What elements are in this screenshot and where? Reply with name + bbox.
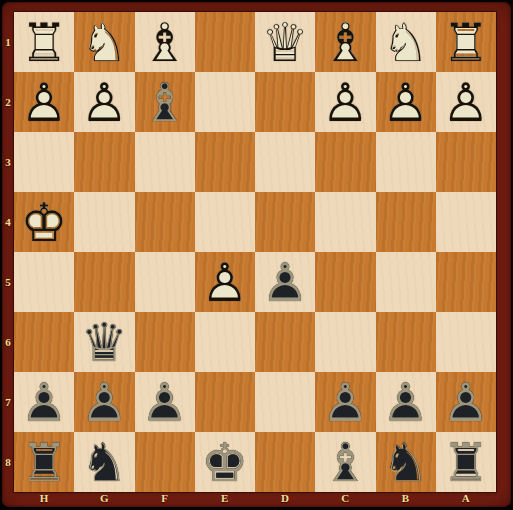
piece-glyph-fill: ♛ — [255, 12, 315, 72]
square-f7[interactable]: ♟♙ — [135, 372, 195, 432]
piece-white-pawn[interactable]: ♟♙ — [376, 72, 436, 132]
piece-glyph-fill: ♜ — [436, 12, 496, 72]
piece-white-knight[interactable]: ♞♘ — [74, 12, 134, 72]
square-e8[interactable]: ♚♔ — [195, 432, 255, 492]
piece-glyph-outline: ♘ — [376, 432, 436, 492]
chessboard-screenshot: ♜♖♞♘♝♗♛♕♝♗♞♘♜♖♟♙♟♙♝♗♟♙♟♙♟♙♚♔♟♙♟♙♛♕♟♙♟♙♟♙… — [0, 0, 513, 510]
piece-glyph-fill: ♛ — [74, 312, 134, 372]
piece-white-bishop[interactable]: ♝♗ — [135, 12, 195, 72]
square-e2[interactable] — [195, 72, 255, 132]
square-g3[interactable] — [74, 132, 134, 192]
piece-black-pawn[interactable]: ♟♙ — [436, 372, 496, 432]
square-g6[interactable]: ♛♕ — [74, 312, 134, 372]
square-h8[interactable]: ♜♖ — [14, 432, 74, 492]
square-f6[interactable] — [135, 312, 195, 372]
piece-glyph-outline: ♙ — [315, 72, 375, 132]
square-f5[interactable] — [135, 252, 195, 312]
piece-glyph-outline: ♙ — [135, 372, 195, 432]
square-f4[interactable] — [135, 192, 195, 252]
square-h4[interactable]: ♚♔ — [14, 192, 74, 252]
piece-glyph-fill: ♟ — [74, 372, 134, 432]
square-h2[interactable]: ♟♙ — [14, 72, 74, 132]
square-b7[interactable]: ♟♙ — [376, 372, 436, 432]
piece-glyph-fill: ♝ — [135, 72, 195, 132]
square-d8[interactable] — [255, 432, 315, 492]
piece-glyph-outline: ♗ — [315, 432, 375, 492]
piece-glyph-outline: ♖ — [14, 432, 74, 492]
piece-glyph-fill: ♟ — [315, 72, 375, 132]
piece-glyph-fill: ♚ — [14, 192, 74, 252]
square-c6[interactable] — [315, 312, 375, 372]
piece-glyph-fill: ♟ — [135, 372, 195, 432]
piece-glyph-outline: ♗ — [315, 12, 375, 72]
piece-black-rook[interactable]: ♜♖ — [14, 432, 74, 492]
piece-glyph-fill: ♟ — [436, 72, 496, 132]
square-e1[interactable] — [195, 12, 255, 72]
piece-glyph-outline: ♔ — [195, 432, 255, 492]
piece-white-queen[interactable]: ♛♕ — [255, 12, 315, 72]
rank-label-7: 7 — [2, 372, 14, 432]
piece-black-knight[interactable]: ♞♘ — [376, 432, 436, 492]
square-d4[interactable] — [255, 192, 315, 252]
square-b6[interactable] — [376, 312, 436, 372]
square-c3[interactable] — [315, 132, 375, 192]
piece-black-rook[interactable]: ♜♖ — [436, 432, 496, 492]
piece-black-king[interactable]: ♚♔ — [195, 432, 255, 492]
piece-white-knight[interactable]: ♞♘ — [376, 12, 436, 72]
square-d2[interactable] — [255, 72, 315, 132]
square-h1[interactable]: ♜♖ — [14, 12, 74, 72]
piece-glyph-outline: ♙ — [255, 252, 315, 312]
piece-black-pawn[interactable]: ♟♙ — [315, 372, 375, 432]
piece-white-rook[interactable]: ♜♖ — [14, 12, 74, 72]
square-f3[interactable] — [135, 132, 195, 192]
piece-black-bishop[interactable]: ♝♗ — [315, 432, 375, 492]
rank-label-8: 8 — [2, 432, 14, 492]
square-b4[interactable] — [376, 192, 436, 252]
square-a8[interactable]: ♜♖ — [436, 432, 496, 492]
file-label-b: B — [376, 492, 436, 506]
piece-glyph-fill: ♝ — [315, 12, 375, 72]
piece-black-pawn[interactable]: ♟♙ — [255, 252, 315, 312]
piece-white-rook[interactable]: ♜♖ — [436, 12, 496, 72]
square-e6[interactable] — [195, 312, 255, 372]
file-label-e: E — [195, 492, 255, 506]
rank-label-4: 4 — [2, 192, 14, 252]
piece-glyph-outline: ♖ — [14, 12, 74, 72]
file-label-c: C — [315, 492, 375, 506]
piece-black-queen[interactable]: ♛♕ — [74, 312, 134, 372]
file-label-f: F — [135, 492, 195, 506]
square-h7[interactable]: ♟♙ — [14, 372, 74, 432]
piece-glyph-outline: ♗ — [135, 72, 195, 132]
piece-glyph-outline: ♙ — [14, 372, 74, 432]
piece-glyph-fill: ♟ — [14, 372, 74, 432]
piece-glyph-fill: ♟ — [376, 372, 436, 432]
piece-white-pawn[interactable]: ♟♙ — [315, 72, 375, 132]
piece-black-pawn[interactable]: ♟♙ — [14, 372, 74, 432]
piece-glyph-fill: ♜ — [436, 432, 496, 492]
square-c8[interactable]: ♝♗ — [315, 432, 375, 492]
piece-white-bishop[interactable]: ♝♗ — [315, 12, 375, 72]
square-h3[interactable] — [14, 132, 74, 192]
piece-glyph-outline: ♙ — [74, 72, 134, 132]
piece-glyph-fill: ♞ — [74, 432, 134, 492]
square-a7[interactable]: ♟♙ — [436, 372, 496, 432]
square-b8[interactable]: ♞♘ — [376, 432, 436, 492]
file-label-h: H — [14, 492, 74, 506]
piece-white-pawn[interactable]: ♟♙ — [14, 72, 74, 132]
piece-white-pawn[interactable]: ♟♙ — [74, 72, 134, 132]
piece-glyph-fill: ♟ — [255, 252, 315, 312]
piece-glyph-fill: ♟ — [315, 372, 375, 432]
piece-glyph-outline: ♙ — [74, 372, 134, 432]
piece-black-bishop[interactable]: ♝♗ — [135, 72, 195, 132]
square-a5[interactable] — [436, 252, 496, 312]
square-b5[interactable] — [376, 252, 436, 312]
rank-label-3: 3 — [2, 132, 14, 192]
square-d7[interactable] — [255, 372, 315, 432]
square-a1[interactable]: ♜♖ — [436, 12, 496, 72]
piece-glyph-outline: ♙ — [376, 72, 436, 132]
square-b1[interactable]: ♞♘ — [376, 12, 436, 72]
square-d6[interactable] — [255, 312, 315, 372]
square-f8[interactable] — [135, 432, 195, 492]
piece-glyph-outline: ♘ — [376, 12, 436, 72]
piece-black-pawn[interactable]: ♟♙ — [376, 372, 436, 432]
square-c5[interactable] — [315, 252, 375, 312]
square-a3[interactable] — [436, 132, 496, 192]
piece-glyph-outline: ♙ — [376, 372, 436, 432]
piece-black-pawn[interactable]: ♟♙ — [135, 372, 195, 432]
piece-glyph-outline: ♙ — [436, 72, 496, 132]
piece-glyph-outline: ♔ — [14, 192, 74, 252]
square-g8[interactable]: ♞♘ — [74, 432, 134, 492]
square-g7[interactable]: ♟♙ — [74, 372, 134, 432]
file-label-d: D — [255, 492, 315, 506]
square-h6[interactable] — [14, 312, 74, 372]
piece-glyph-outline: ♖ — [436, 432, 496, 492]
square-h5[interactable] — [14, 252, 74, 312]
rank-label-2: 2 — [2, 72, 14, 132]
rank-label-5: 5 — [2, 252, 14, 312]
piece-glyph-outline: ♙ — [14, 72, 74, 132]
square-g1[interactable]: ♞♘ — [74, 12, 134, 72]
square-g4[interactable] — [74, 192, 134, 252]
square-b2[interactable]: ♟♙ — [376, 72, 436, 132]
piece-glyph-fill: ♝ — [315, 432, 375, 492]
piece-glyph-outline: ♙ — [315, 372, 375, 432]
piece-white-pawn[interactable]: ♟♙ — [195, 252, 255, 312]
square-d5[interactable]: ♟♙ — [255, 252, 315, 312]
piece-glyph-fill: ♜ — [14, 432, 74, 492]
piece-glyph-fill: ♟ — [14, 72, 74, 132]
piece-glyph-outline: ♘ — [74, 12, 134, 72]
square-e3[interactable] — [195, 132, 255, 192]
piece-glyph-fill: ♞ — [376, 432, 436, 492]
piece-glyph-fill: ♟ — [436, 372, 496, 432]
square-c1[interactable]: ♝♗ — [315, 12, 375, 72]
square-b3[interactable] — [376, 132, 436, 192]
square-d3[interactable] — [255, 132, 315, 192]
file-label-g: G — [74, 492, 134, 506]
rank-label-1: 1 — [2, 12, 14, 72]
square-a2[interactable]: ♟♙ — [436, 72, 496, 132]
square-f1[interactable]: ♝♗ — [135, 12, 195, 72]
piece-glyph-fill: ♚ — [195, 432, 255, 492]
piece-white-pawn[interactable]: ♟♙ — [436, 72, 496, 132]
piece-glyph-fill: ♞ — [74, 12, 134, 72]
chess-board: ♜♖♞♘♝♗♛♕♝♗♞♘♜♖♟♙♟♙♝♗♟♙♟♙♟♙♚♔♟♙♟♙♛♕♟♙♟♙♟♙… — [14, 12, 496, 492]
piece-glyph-fill: ♟ — [74, 72, 134, 132]
piece-glyph-outline: ♙ — [436, 372, 496, 432]
square-f2[interactable]: ♝♗ — [135, 72, 195, 132]
piece-white-king[interactable]: ♚♔ — [14, 192, 74, 252]
piece-glyph-outline: ♕ — [255, 12, 315, 72]
square-g5[interactable] — [74, 252, 134, 312]
square-d1[interactable]: ♛♕ — [255, 12, 315, 72]
square-a4[interactable] — [436, 192, 496, 252]
board-frame: ♜♖♞♘♝♗♛♕♝♗♞♘♜♖♟♙♟♙♝♗♟♙♟♙♟♙♚♔♟♙♟♙♛♕♟♙♟♙♟♙… — [2, 2, 511, 507]
piece-glyph-fill: ♝ — [135, 12, 195, 72]
square-e7[interactable] — [195, 372, 255, 432]
piece-glyph-outline: ♕ — [74, 312, 134, 372]
piece-glyph-outline: ♙ — [195, 252, 255, 312]
square-e5[interactable]: ♟♙ — [195, 252, 255, 312]
piece-glyph-outline: ♘ — [74, 432, 134, 492]
square-a6[interactable] — [436, 312, 496, 372]
square-c4[interactable] — [315, 192, 375, 252]
piece-glyph-fill: ♜ — [14, 12, 74, 72]
square-c7[interactable]: ♟♙ — [315, 372, 375, 432]
piece-black-knight[interactable]: ♞♘ — [74, 432, 134, 492]
square-g2[interactable]: ♟♙ — [74, 72, 134, 132]
square-c2[interactable]: ♟♙ — [315, 72, 375, 132]
piece-black-pawn[interactable]: ♟♙ — [74, 372, 134, 432]
square-e4[interactable] — [195, 192, 255, 252]
piece-glyph-fill: ♞ — [376, 12, 436, 72]
piece-glyph-fill: ♟ — [376, 72, 436, 132]
piece-glyph-outline: ♗ — [135, 12, 195, 72]
piece-glyph-outline: ♖ — [436, 12, 496, 72]
rank-label-6: 6 — [2, 312, 14, 372]
file-label-a: A — [436, 492, 496, 506]
piece-glyph-fill: ♟ — [195, 252, 255, 312]
